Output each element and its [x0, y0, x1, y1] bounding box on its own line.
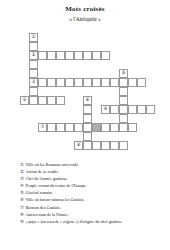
grid-cell[interactable]	[65, 51, 74, 60]
grid-cell[interactable]	[137, 78, 146, 87]
grid-cell[interactable]: ①	[29, 33, 38, 42]
clue-list: ①Ville où les Romains ont reculé.②Action…	[20, 161, 160, 225]
clue-item: ⑦Boisson des Gaulois.	[20, 204, 160, 211]
grid-cell[interactable]	[137, 105, 146, 114]
clue-text: Ancien nom de la France.	[25, 212, 68, 217]
cell-number: ⑦	[40, 125, 44, 130]
cell-number: ③	[31, 80, 35, 85]
grid-cell[interactable]	[110, 123, 119, 132]
grid-cell[interactable]	[29, 60, 38, 69]
grid-cell[interactable]	[119, 105, 128, 114]
grid-cell[interactable]: ⑧	[74, 141, 83, 150]
grid-cell[interactable]	[83, 141, 92, 150]
grid-cell[interactable]	[47, 51, 56, 60]
cell-number: ⑤	[22, 98, 26, 103]
grid-cell[interactable]	[65, 78, 74, 87]
grid-cell[interactable]	[101, 78, 110, 87]
cell-number: ⑧	[76, 143, 80, 148]
grid-cell[interactable]	[128, 105, 137, 114]
grid-cell[interactable]	[128, 123, 137, 132]
clue-text: Ville où furent vaincus les Gaulois.	[25, 197, 84, 202]
grid-cell[interactable]	[119, 78, 128, 87]
grid-cell[interactable]	[110, 78, 119, 87]
grid-cell[interactable]	[29, 87, 38, 96]
clue-number: ⑨	[20, 219, 24, 224]
grid-cell[interactable]	[47, 78, 56, 87]
grid-cell[interactable]	[56, 96, 65, 105]
grid-cell[interactable]	[38, 96, 47, 105]
grid-cell[interactable]: ⑦	[38, 123, 47, 132]
grid-cell[interactable]	[119, 96, 128, 105]
clue-number: ④	[20, 183, 24, 188]
clue-text: Général romain.	[25, 190, 52, 195]
page-title: Mots croisés	[0, 5, 170, 13]
grid-cell[interactable]: ④	[101, 105, 110, 114]
clue-text: Boisson des Gaulois.	[25, 205, 60, 210]
grid-cell[interactable]	[92, 141, 101, 150]
clue-text: Ville où les Romains ont reculé.	[25, 162, 79, 167]
grid-cell[interactable]: ⑨	[119, 69, 128, 78]
grid-cell[interactable]	[92, 78, 101, 87]
clue-number: ⑥	[20, 197, 24, 202]
clue-number: ⑤	[20, 190, 24, 195]
grid-cell[interactable]	[101, 123, 110, 132]
clue-item: ⑧Ancien nom de la France.	[20, 211, 160, 218]
grid-cell[interactable]	[92, 51, 101, 60]
cell-number: ⑥	[85, 98, 89, 103]
grid-cell[interactable]	[56, 51, 65, 60]
clue-item: ⑨« pays » (au sens de « région ») d'orig…	[20, 218, 160, 225]
grid-cell-gray	[92, 123, 101, 132]
grid-cell[interactable]	[47, 123, 56, 132]
grid-cell[interactable]	[83, 114, 92, 123]
grid-cell[interactable]	[146, 105, 155, 114]
grid-cell[interactable]	[119, 114, 128, 123]
grid-cell[interactable]	[29, 69, 38, 78]
clue-text: Chef de l'armée gauloise.	[25, 176, 67, 181]
grid-cell[interactable]	[83, 105, 92, 114]
grid-cell[interactable]: ②	[29, 51, 38, 60]
grid-cell[interactable]	[74, 51, 83, 60]
grid-cell[interactable]	[119, 141, 128, 150]
clue-text: Action de se rendre.	[25, 169, 59, 174]
grid-cell[interactable]	[119, 123, 128, 132]
cell-number: ①	[31, 35, 35, 40]
grid-cell[interactable]: ⑤	[20, 96, 29, 105]
clue-item: ②Action de se rendre.	[20, 168, 160, 175]
cell-number: ⑨	[121, 71, 125, 76]
grid-cell[interactable]	[83, 132, 92, 141]
grid-cell[interactable]	[56, 123, 65, 132]
clue-text: Peuple venant du centre de l'Europe.	[25, 183, 86, 188]
grid-cell[interactable]	[119, 87, 128, 96]
clue-number: ②	[20, 169, 24, 174]
grid-cell[interactable]	[38, 51, 47, 60]
crossword-grid: ①②③⑨⑤⑥④⑦⑧	[20, 33, 156, 151]
grid-cell[interactable]	[110, 105, 119, 114]
grid-cell[interactable]	[128, 78, 137, 87]
clue-number: ⑧	[20, 212, 24, 217]
grid-cell[interactable]: ③	[29, 78, 38, 87]
clue-item: ⑥Ville où furent vaincus les Gaulois.	[20, 196, 160, 203]
grid-cell[interactable]	[74, 78, 83, 87]
grid-cell[interactable]	[74, 123, 83, 132]
grid-cell[interactable]: ⑥	[83, 96, 92, 105]
clue-item: ③Chef de l'armée gauloise.	[20, 175, 160, 182]
clue-item: ④Peuple venant du centre de l'Europe.	[20, 182, 160, 189]
worksheet-page: Mots croisés « l'Antiquité » ①②③⑨⑤⑥④⑦⑧ ①…	[0, 0, 170, 250]
grid-cell[interactable]	[83, 78, 92, 87]
grid-cell[interactable]	[29, 96, 38, 105]
clue-item: ⑤Général romain.	[20, 189, 160, 196]
page-subtitle: « l'Antiquité »	[0, 16, 170, 22]
grid-cell[interactable]	[38, 78, 47, 87]
cell-number: ④	[103, 107, 107, 112]
grid-cell[interactable]	[101, 141, 110, 150]
cell-number: ②	[31, 53, 35, 58]
grid-cell[interactable]	[47, 96, 56, 105]
clue-number: ⑦	[20, 205, 24, 210]
grid-cell[interactable]	[65, 123, 74, 132]
clue-number: ③	[20, 176, 24, 181]
grid-cell[interactable]	[83, 123, 92, 132]
clue-text: « pays » (au sens de « région ») d'origi…	[25, 219, 121, 224]
clue-number: ①	[20, 162, 24, 167]
clue-item: ①Ville où les Romains ont reculé.	[20, 161, 160, 168]
grid-cell[interactable]	[83, 51, 92, 60]
grid-cell[interactable]	[110, 141, 119, 150]
grid-cell[interactable]	[29, 42, 38, 51]
grid-cell[interactable]	[101, 51, 110, 60]
grid-cell[interactable]	[56, 78, 65, 87]
